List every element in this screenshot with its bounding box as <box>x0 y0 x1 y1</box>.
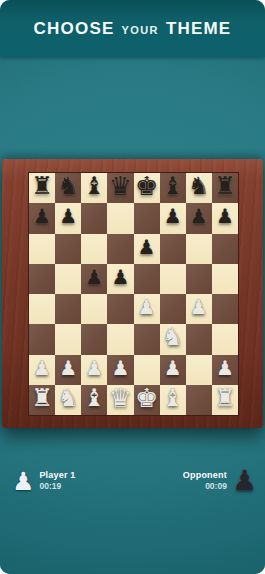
white-pawn: ♟ <box>164 358 182 378</box>
square-g2[interactable] <box>186 355 212 385</box>
square-g5[interactable] <box>186 264 212 294</box>
square-b2[interactable]: ♟ <box>55 355 81 385</box>
black-knight: ♞ <box>188 174 210 198</box>
square-h4[interactable] <box>212 294 238 324</box>
square-a2[interactable]: ♟ <box>29 355 55 385</box>
square-d1[interactable]: ♛ <box>107 385 133 415</box>
square-b8[interactable]: ♞ <box>55 173 81 203</box>
white-pawn-icon: ♟ <box>12 469 34 494</box>
black-bishop: ♝ <box>84 174 106 198</box>
black-queen: ♛ <box>109 173 132 199</box>
white-rook: ♜ <box>214 386 236 410</box>
square-g4[interactable]: ♟ <box>186 294 212 324</box>
white-pawn: ♟ <box>59 358 77 378</box>
player-left-text: Player 1 00:19 <box>39 470 75 492</box>
square-h2[interactable]: ♟ <box>212 355 238 385</box>
square-e3[interactable] <box>134 324 160 354</box>
white-pawn: ♟ <box>33 358 51 378</box>
black-pawn: ♟ <box>85 267 103 287</box>
square-f1[interactable]: ♝ <box>160 385 186 415</box>
black-pawn: ♟ <box>164 206 182 226</box>
theme-banner: CHOOSE YOUR THEME <box>0 0 265 57</box>
black-king: ♚ <box>135 173 158 199</box>
square-g6[interactable] <box>186 234 212 264</box>
white-knight: ♞ <box>57 386 79 410</box>
square-a5[interactable] <box>29 264 55 294</box>
banner-word-choose: CHOOSE <box>34 19 115 39</box>
square-h3[interactable] <box>212 324 238 354</box>
square-d7[interactable] <box>107 203 133 233</box>
black-bishop: ♝ <box>162 174 184 198</box>
square-g1[interactable] <box>186 385 212 415</box>
white-pawn: ♟ <box>216 358 234 378</box>
square-b7[interactable]: ♟ <box>55 203 81 233</box>
square-f5[interactable] <box>160 264 186 294</box>
black-pawn: ♟ <box>138 237 156 257</box>
square-f7[interactable]: ♟ <box>160 203 186 233</box>
square-e1[interactable]: ♚ <box>134 385 160 415</box>
square-b3[interactable] <box>55 324 81 354</box>
black-pawn: ♟ <box>190 206 208 226</box>
square-h1[interactable]: ♜ <box>212 385 238 415</box>
white-bishop: ♝ <box>162 386 184 410</box>
banner-word-your: YOUR <box>122 21 159 36</box>
square-d6[interactable] <box>107 234 133 264</box>
square-e4[interactable]: ♟ <box>134 294 160 324</box>
square-a7[interactable]: ♟ <box>29 203 55 233</box>
square-d4[interactable] <box>107 294 133 324</box>
wooden-board-frame: ♜♞♝♛♚♝♞♜♟♟♟♟♟♟♟♟♟♟♞♟♟♟♟♟♟♜♞♝♛♚♝♜ <box>2 159 263 428</box>
white-pawn: ♟ <box>85 358 103 378</box>
white-pawn: ♟ <box>138 297 156 317</box>
square-a4[interactable] <box>29 294 55 324</box>
square-h5[interactable] <box>212 264 238 294</box>
square-c3[interactable] <box>81 324 107 354</box>
white-pawn: ♟ <box>190 297 208 317</box>
square-c5[interactable]: ♟ <box>81 264 107 294</box>
square-h7[interactable]: ♟ <box>212 203 238 233</box>
chess-app-screen: CHOOSE YOUR THEME ♜♞♝♛♚♝♞♜♟♟♟♟♟♟♟♟♟♟♞♟♟♟… <box>0 0 265 574</box>
black-pawn: ♟ <box>216 206 234 226</box>
banner-word-theme: THEME <box>166 19 232 39</box>
white-queen: ♛ <box>109 385 132 411</box>
square-h8[interactable]: ♜ <box>212 173 238 203</box>
square-d8[interactable]: ♛ <box>107 173 133 203</box>
square-h6[interactable] <box>212 234 238 264</box>
square-f6[interactable] <box>160 234 186 264</box>
game-area: ♜♞♝♛♚♝♞♜♟♟♟♟♟♟♟♟♟♟♞♟♟♟♟♟♟♜♞♝♛♚♝♜ ♟ Playe… <box>0 57 265 574</box>
square-b4[interactable] <box>55 294 81 324</box>
square-d5[interactable]: ♟ <box>107 264 133 294</box>
black-knight: ♞ <box>57 174 79 198</box>
square-g7[interactable]: ♟ <box>186 203 212 233</box>
white-king: ♚ <box>135 385 158 411</box>
square-d3[interactable] <box>107 324 133 354</box>
square-c4[interactable] <box>81 294 107 324</box>
black-pawn: ♟ <box>33 206 51 226</box>
white-rook: ♜ <box>31 386 53 410</box>
square-b1[interactable]: ♞ <box>55 385 81 415</box>
square-f3[interactable]: ♞ <box>160 324 186 354</box>
white-knight: ♞ <box>162 325 184 349</box>
square-f4[interactable] <box>160 294 186 324</box>
square-c6[interactable] <box>81 234 107 264</box>
square-a3[interactable] <box>29 324 55 354</box>
square-d2[interactable]: ♟ <box>107 355 133 385</box>
square-a8[interactable]: ♜ <box>29 173 55 203</box>
square-g3[interactable] <box>186 324 212 354</box>
white-pawn: ♟ <box>111 358 129 378</box>
square-a6[interactable] <box>29 234 55 264</box>
chess-board: ♜♞♝♛♚♝♞♜♟♟♟♟♟♟♟♟♟♟♞♟♟♟♟♟♟♜♞♝♛♚♝♜ <box>28 172 239 416</box>
square-e5[interactable] <box>134 264 160 294</box>
square-e8[interactable]: ♚ <box>134 173 160 203</box>
black-pawn: ♟ <box>111 267 129 287</box>
square-b6[interactable] <box>55 234 81 264</box>
player-right: Opponent 00:09 ♟ <box>183 467 257 495</box>
player-left-name: Player 1 <box>39 470 75 481</box>
player-left-clock: 00:19 <box>39 481 75 492</box>
square-e2[interactable] <box>134 355 160 385</box>
player-bar: ♟ Player 1 00:19 Opponent 00:09 ♟ <box>0 460 265 502</box>
square-c8[interactable]: ♝ <box>81 173 107 203</box>
square-f2[interactable]: ♟ <box>160 355 186 385</box>
player-right-clock: 00:09 <box>205 481 227 492</box>
square-c7[interactable] <box>81 203 107 233</box>
black-pawn-icon: ♟ <box>232 467 257 495</box>
square-e6[interactable]: ♟ <box>134 234 160 264</box>
player-right-text: Opponent 00:09 <box>183 470 227 492</box>
square-a1[interactable]: ♜ <box>29 385 55 415</box>
player-right-name: Opponent <box>183 470 227 481</box>
white-bishop: ♝ <box>84 386 106 410</box>
square-e7[interactable] <box>134 203 160 233</box>
square-g8[interactable]: ♞ <box>186 173 212 203</box>
square-c1[interactable]: ♝ <box>81 385 107 415</box>
square-c2[interactable]: ♟ <box>81 355 107 385</box>
player-left: ♟ Player 1 00:19 <box>12 469 76 494</box>
black-pawn: ♟ <box>59 206 77 226</box>
black-rook: ♜ <box>31 174 53 198</box>
square-f8[interactable]: ♝ <box>160 173 186 203</box>
square-b5[interactable] <box>55 264 81 294</box>
black-rook: ♜ <box>214 174 236 198</box>
